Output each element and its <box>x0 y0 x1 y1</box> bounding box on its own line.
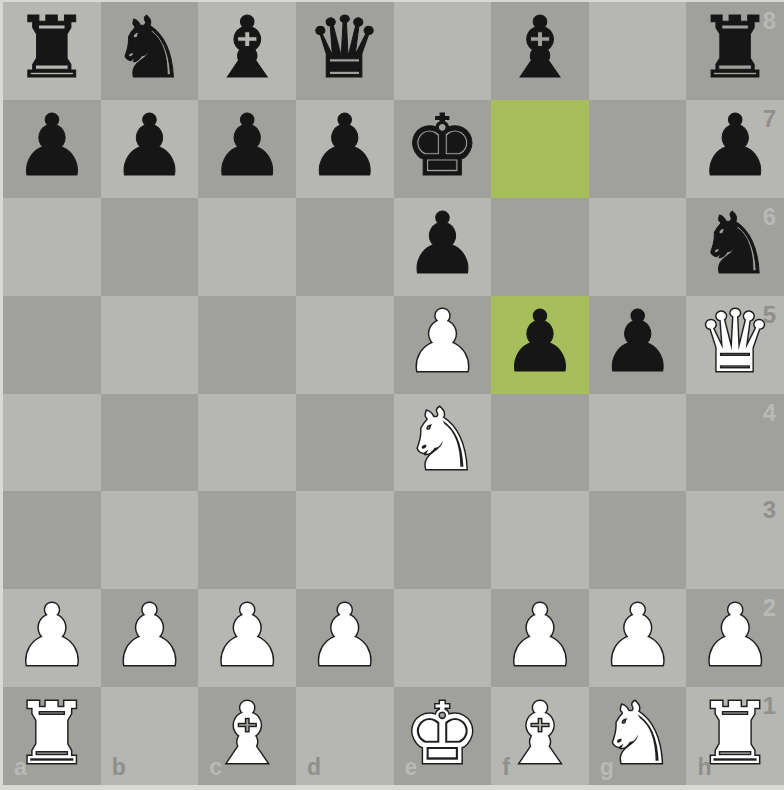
white-bishop[interactable]: ♝ <box>209 691 285 776</box>
square-b6[interactable] <box>101 198 199 296</box>
white-rook[interactable]: ♜ <box>697 691 773 776</box>
square-e4[interactable]: ♞ <box>394 394 492 492</box>
square-c3[interactable] <box>198 491 296 589</box>
square-e8[interactable] <box>394 2 492 100</box>
square-a2[interactable]: ♟ <box>3 589 101 687</box>
square-e1[interactable]: ♚e <box>394 687 492 785</box>
white-king[interactable]: ♚ <box>404 691 480 776</box>
black-pawn[interactable]: ♟ <box>404 201 480 286</box>
square-a6[interactable] <box>3 198 101 296</box>
square-c1[interactable]: ♝c <box>198 687 296 785</box>
square-f4[interactable] <box>491 394 589 492</box>
black-pawn[interactable]: ♟ <box>14 103 90 188</box>
square-b8[interactable]: ♞ <box>101 2 199 100</box>
black-knight[interactable]: ♞ <box>697 201 773 286</box>
black-pawn[interactable]: ♟ <box>307 103 383 188</box>
square-f1[interactable]: ♝f <box>491 687 589 785</box>
square-g2[interactable]: ♟ <box>589 589 687 687</box>
square-f8[interactable]: ♝ <box>491 2 589 100</box>
square-h6[interactable]: ♞6 <box>686 198 784 296</box>
square-g8[interactable] <box>589 2 687 100</box>
black-rook[interactable]: ♜ <box>697 5 773 90</box>
square-e7[interactable]: ♚ <box>394 100 492 198</box>
square-b1[interactable]: b <box>101 687 199 785</box>
black-knight[interactable]: ♞ <box>111 5 187 90</box>
square-g1[interactable]: ♞g <box>589 687 687 785</box>
square-b4[interactable] <box>101 394 199 492</box>
white-rook[interactable]: ♜ <box>14 691 90 776</box>
square-b3[interactable] <box>101 491 199 589</box>
square-c2[interactable]: ♟ <box>198 589 296 687</box>
square-c7[interactable]: ♟ <box>198 100 296 198</box>
square-d2[interactable]: ♟ <box>296 589 394 687</box>
black-pawn[interactable]: ♟ <box>502 299 578 384</box>
square-f2[interactable]: ♟ <box>491 589 589 687</box>
square-e2[interactable] <box>394 589 492 687</box>
square-h5[interactable]: ♛5 <box>686 296 784 394</box>
square-c8[interactable]: ♝ <box>198 2 296 100</box>
square-d3[interactable] <box>296 491 394 589</box>
square-c5[interactable] <box>198 296 296 394</box>
black-queen[interactable]: ♛ <box>307 5 383 90</box>
square-f7[interactable] <box>491 100 589 198</box>
square-d1[interactable]: d <box>296 687 394 785</box>
square-g3[interactable] <box>589 491 687 589</box>
square-c4[interactable] <box>198 394 296 492</box>
square-f6[interactable] <box>491 198 589 296</box>
square-a3[interactable] <box>3 491 101 589</box>
square-b7[interactable]: ♟ <box>101 100 199 198</box>
square-f5[interactable]: ♟ <box>491 296 589 394</box>
chess-board: ♜♞♝♛♝♜8♟♟♟♟♚♟7♟♞6♟♟♟♛5♞43♟♟♟♟♟♟♟2♜ab♝cd♚… <box>3 2 784 785</box>
square-h7[interactable]: ♟7 <box>686 100 784 198</box>
square-g7[interactable] <box>589 100 687 198</box>
square-d6[interactable] <box>296 198 394 296</box>
square-a8[interactable]: ♜ <box>3 2 101 100</box>
white-knight[interactable]: ♞ <box>599 691 675 776</box>
rank-label-4: 4 <box>763 399 776 427</box>
file-label-b: b <box>112 754 126 781</box>
black-bishop[interactable]: ♝ <box>502 5 578 90</box>
square-a5[interactable] <box>3 296 101 394</box>
white-pawn[interactable]: ♟ <box>209 593 285 678</box>
square-d8[interactable]: ♛ <box>296 2 394 100</box>
square-h4[interactable]: 4 <box>686 394 784 492</box>
white-pawn[interactable]: ♟ <box>14 593 90 678</box>
square-c6[interactable] <box>198 198 296 296</box>
white-knight[interactable]: ♞ <box>404 397 480 482</box>
square-g6[interactable] <box>589 198 687 296</box>
square-d7[interactable]: ♟ <box>296 100 394 198</box>
black-rook[interactable]: ♜ <box>14 5 90 90</box>
white-pawn[interactable]: ♟ <box>307 593 383 678</box>
white-pawn[interactable]: ♟ <box>599 593 675 678</box>
square-h3[interactable]: 3 <box>686 491 784 589</box>
square-b5[interactable] <box>101 296 199 394</box>
square-a1[interactable]: ♜a <box>3 687 101 785</box>
square-b2[interactable]: ♟ <box>101 589 199 687</box>
black-pawn[interactable]: ♟ <box>209 103 285 188</box>
white-pawn[interactable]: ♟ <box>502 593 578 678</box>
square-d4[interactable] <box>296 394 394 492</box>
white-bishop[interactable]: ♝ <box>502 691 578 776</box>
square-f3[interactable] <box>491 491 589 589</box>
black-pawn[interactable]: ♟ <box>697 103 773 188</box>
black-pawn[interactable]: ♟ <box>599 299 675 384</box>
black-pawn[interactable]: ♟ <box>111 103 187 188</box>
square-h8[interactable]: ♜8 <box>686 2 784 100</box>
square-g5[interactable]: ♟ <box>589 296 687 394</box>
square-e3[interactable] <box>394 491 492 589</box>
black-bishop[interactable]: ♝ <box>209 5 285 90</box>
white-pawn[interactable]: ♟ <box>111 593 187 678</box>
square-g4[interactable] <box>589 394 687 492</box>
square-e5[interactable]: ♟ <box>394 296 492 394</box>
white-pawn[interactable]: ♟ <box>404 299 480 384</box>
rank-label-3: 3 <box>763 496 776 524</box>
white-pawn[interactable]: ♟ <box>697 593 773 678</box>
square-a4[interactable] <box>3 394 101 492</box>
square-a7[interactable]: ♟ <box>3 100 101 198</box>
white-queen[interactable]: ♛ <box>697 299 773 384</box>
square-e6[interactable]: ♟ <box>394 198 492 296</box>
square-d5[interactable] <box>296 296 394 394</box>
square-h2[interactable]: ♟2 <box>686 589 784 687</box>
black-king[interactable]: ♚ <box>404 103 480 188</box>
file-label-d: d <box>307 754 321 781</box>
square-h1[interactable]: ♜h1 <box>686 687 784 785</box>
